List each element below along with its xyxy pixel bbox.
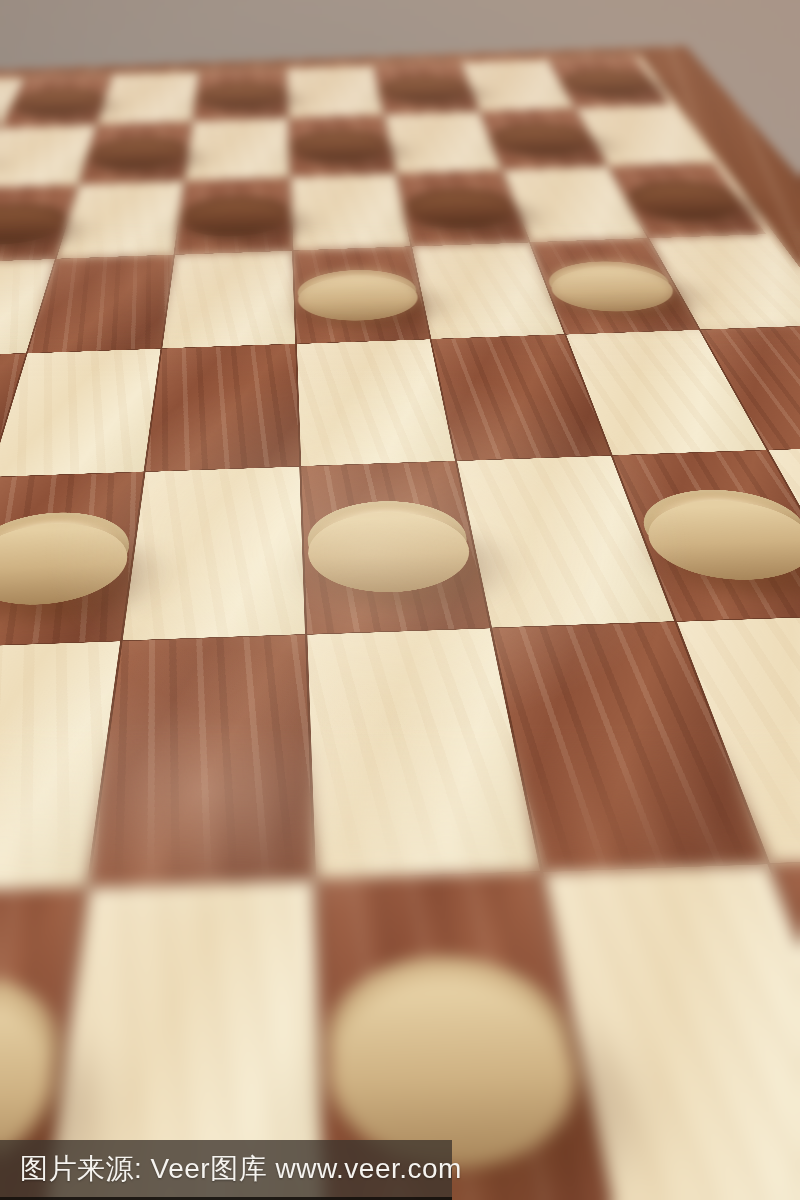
- dark-checker-h8[interactable]: [557, 69, 657, 94]
- square-e6: [291, 174, 411, 251]
- dark-checker-d8[interactable]: [197, 81, 285, 107]
- checkers-photo-scene: 图片来源: Veer图库 www.veer.com: [0, 0, 800, 1200]
- dark-checker-c7[interactable]: [87, 136, 188, 167]
- light-checker-c3[interactable]: [0, 510, 134, 594]
- square-d3: [123, 467, 305, 641]
- light-checker-g3[interactable]: [631, 487, 800, 569]
- dark-checker-b8[interactable]: [11, 87, 106, 113]
- checkers-board: [0, 46, 800, 1200]
- square-c3[interactable]: [0, 472, 144, 647]
- dark-checker-h6[interactable]: [620, 179, 747, 216]
- dark-checker-f6[interactable]: [403, 187, 518, 225]
- watermark-bar: 图片来源: Veer图库 www.veer.com: [0, 1140, 452, 1200]
- light-checker-e5[interactable]: [297, 268, 421, 315]
- square-c7[interactable]: [79, 122, 192, 185]
- square-c4: [0, 349, 161, 477]
- board-inner-border: [0, 56, 800, 1200]
- dark-checker-b6[interactable]: [0, 202, 70, 240]
- dark-checker-g7[interactable]: [488, 122, 595, 152]
- square-d5: [162, 251, 295, 348]
- square-e5[interactable]: [294, 247, 430, 344]
- watermark-text: 图片来源: Veer图库 www.veer.com: [20, 1150, 462, 1188]
- square-c6: [57, 181, 184, 259]
- square-e3[interactable]: [301, 461, 489, 634]
- dark-checker-d6[interactable]: [181, 195, 289, 233]
- square-d6[interactable]: [175, 177, 292, 254]
- light-checker-g5[interactable]: [542, 260, 681, 307]
- board-grid: [0, 57, 800, 1200]
- square-f8[interactable]: [374, 63, 479, 114]
- square-e4: [297, 339, 455, 466]
- dark-checker-f8[interactable]: [379, 75, 471, 101]
- square-e8: [287, 66, 383, 118]
- square-d7: [185, 118, 289, 181]
- board-tilt-wrapper: [0, 0, 800, 1200]
- square-d4[interactable]: [146, 344, 300, 471]
- light-checker-e3[interactable]: [306, 499, 474, 582]
- square-d8[interactable]: [193, 69, 287, 121]
- square-e7[interactable]: [289, 115, 396, 177]
- square-c8: [97, 72, 198, 124]
- dark-checker-e7[interactable]: [291, 129, 389, 160]
- light-checker-e1[interactable]: [324, 953, 587, 1140]
- square-d2[interactable]: [89, 635, 313, 887]
